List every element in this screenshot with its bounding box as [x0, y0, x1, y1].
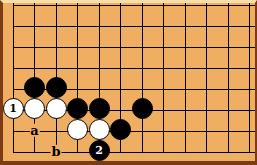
black-stone-c2-r4: [46, 77, 67, 98]
intersection-c8-r0: [174, 0, 196, 16]
white-stone-c3-r6: [67, 119, 88, 140]
intersection-c1-r3: [24, 58, 46, 79]
intersection-c11-r7: [239, 142, 257, 163]
intersection-c11-r5: [239, 100, 257, 121]
intersection-c2-r4: [45, 79, 67, 100]
intersection-c5-r5: [110, 100, 132, 121]
intersection-c8-r2: [174, 37, 196, 58]
intersection-c0-r0: [2, 0, 24, 16]
black-stone-c6-r5: [132, 98, 153, 119]
intersection-c5-r6: [110, 121, 132, 142]
intersection-c4-r4: [88, 79, 110, 100]
intersection-c1-r0: [24, 0, 46, 16]
intersection-c5-r4: [110, 79, 132, 100]
black-stone-c1-r4: [24, 77, 45, 98]
intersection-c4-r7: 2: [88, 142, 110, 163]
intersection-c3-r2: [67, 37, 89, 58]
intersection-c1-r4: [24, 79, 46, 100]
intersection-c9-r4: [196, 79, 218, 100]
intersection-c3-r4: [67, 79, 89, 100]
intersection-c0-r3: [2, 58, 24, 79]
intersection-c7-r0: [153, 0, 175, 16]
intersection-c9-r5: [196, 100, 218, 121]
intersection-c5-r0: [110, 0, 132, 16]
intersection-c7-r2: [153, 37, 175, 58]
intersection-c4-r3: [88, 58, 110, 79]
intersection-c8-r7: [174, 142, 196, 163]
label-a: a: [29, 124, 39, 137]
intersection-c6-r5: [131, 100, 153, 121]
intersection-c6-r3: [131, 58, 153, 79]
label-b: b: [50, 145, 61, 158]
intersection-c11-r0: [239, 0, 257, 16]
intersection-c6-r6: [131, 121, 153, 142]
intersection-c10-r2: [217, 37, 239, 58]
white-stone-c2-r5: [46, 98, 67, 119]
intersection-c0-r5: 1: [2, 100, 24, 121]
intersection-c6-r4: [131, 79, 153, 100]
intersection-c0-r6: [2, 121, 24, 142]
intersection-c9-r1: [196, 16, 218, 37]
intersection-c4-r1: [88, 16, 110, 37]
intersection-c4-r6: [88, 121, 110, 142]
intersection-c4-r2: [88, 37, 110, 58]
intersection-c7-r5: [153, 100, 175, 121]
intersection-c5-r3: [110, 58, 132, 79]
intersection-c9-r0: [196, 0, 218, 16]
intersection-c2-r0: [45, 0, 67, 16]
intersection-c2-r6: [45, 121, 67, 142]
intersection-c1-r2: [24, 37, 46, 58]
intersection-c9-r7: [196, 142, 218, 163]
intersection-c3-r6: [67, 121, 89, 142]
intersection-c3-r7: [67, 142, 89, 163]
intersection-c8-r4: [174, 79, 196, 100]
intersection-c1-r5: [24, 100, 46, 121]
intersection-c3-r0: [67, 0, 89, 16]
intersection-c6-r1: [131, 16, 153, 37]
intersection-c1-r7: [24, 142, 46, 163]
board-grid: 1ab2: [2, 0, 257, 163]
intersection-c8-r3: [174, 58, 196, 79]
intersection-c9-r2: [196, 37, 218, 58]
intersection-c2-r7: b: [45, 142, 67, 163]
intersection-c4-r5: [88, 100, 110, 121]
intersection-c10-r3: [217, 58, 239, 79]
intersection-c8-r5: [174, 100, 196, 121]
intersection-c0-r2: [2, 37, 24, 58]
intersection-c10-r7: [217, 142, 239, 163]
intersection-c6-r7: [131, 142, 153, 163]
intersection-c9-r3: [196, 58, 218, 79]
intersection-c10-r6: [217, 121, 239, 142]
intersection-c1-r1: [24, 16, 46, 37]
intersection-c10-r4: [217, 79, 239, 100]
white-stone-c1-r5: [24, 98, 45, 119]
intersection-c3-r1: [67, 16, 89, 37]
intersection-c5-r1: [110, 16, 132, 37]
intersection-c7-r1: [153, 16, 175, 37]
go-diagram: 1ab2: [0, 0, 257, 165]
white-stone-1-c0-r5: 1: [3, 98, 24, 119]
intersection-c2-r1: [45, 16, 67, 37]
intersection-c11-r1: [239, 16, 257, 37]
intersection-c5-r7: [110, 142, 132, 163]
intersection-c10-r5: [217, 100, 239, 121]
intersection-c7-r3: [153, 58, 175, 79]
black-stone-2-c4-r7: 2: [89, 140, 110, 161]
go-board: 1ab2: [0, 0, 257, 165]
intersection-c6-r2: [131, 37, 153, 58]
intersection-c5-r2: [110, 37, 132, 58]
intersection-c1-r6: a: [24, 121, 46, 142]
intersection-c0-r1: [2, 16, 24, 37]
intersection-c10-r1: [217, 16, 239, 37]
intersection-c11-r6: [239, 121, 257, 142]
intersection-c11-r3: [239, 58, 257, 79]
intersection-c0-r4: [2, 79, 24, 100]
black-stone-c4-r5: [89, 98, 110, 119]
intersection-c6-r0: [131, 0, 153, 16]
white-stone-c4-r6: [89, 119, 110, 140]
intersection-c3-r5: [67, 100, 89, 121]
intersection-c2-r5: [45, 100, 67, 121]
intersection-c8-r6: [174, 121, 196, 142]
intersection-c9-r6: [196, 121, 218, 142]
intersection-c4-r0: [88, 0, 110, 16]
intersection-c7-r6: [153, 121, 175, 142]
intersection-c11-r4: [239, 79, 257, 100]
intersection-c11-r2: [239, 37, 257, 58]
intersection-c0-r7: [2, 142, 24, 163]
intersection-c2-r2: [45, 37, 67, 58]
black-stone-c3-r5: [67, 98, 88, 119]
black-stone-c5-r6: [110, 119, 131, 140]
intersection-c7-r7: [153, 142, 175, 163]
intersection-c3-r3: [67, 58, 89, 79]
intersection-c10-r0: [217, 0, 239, 16]
intersection-c2-r3: [45, 58, 67, 79]
intersection-c8-r1: [174, 16, 196, 37]
intersection-c7-r4: [153, 79, 175, 100]
